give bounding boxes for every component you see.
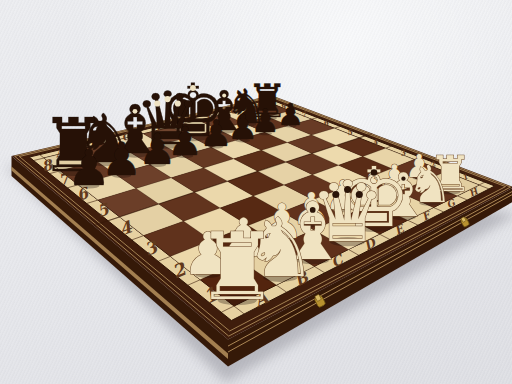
piece-black-pawn-c7: ♟: [138, 124, 176, 174]
piece-white-rook-a1: ♜: [196, 213, 279, 321]
board-photo-svg: AABBCCDDEEFFGGHH1122334455667788♜♞♟♝♟♚♟♛…: [0, 0, 512, 384]
finial-accent: [356, 191, 363, 198]
piece-black-pawn-h7: ♟: [277, 97, 304, 132]
piece-black-pawn-a7: ♟: [67, 139, 111, 197]
piece-black-pawn-e7: ♟: [199, 112, 232, 155]
finial-accent: [164, 96, 170, 102]
finial-accent: [175, 100, 181, 106]
chess-set-photo: AABBCCDDEEFFGGHH1122334455667788♜♞♟♝♟♚♟♛…: [0, 0, 512, 384]
